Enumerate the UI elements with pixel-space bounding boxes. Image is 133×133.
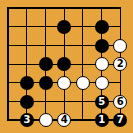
black-stone <box>39 57 53 71</box>
board-intersection[interactable] <box>92 36 111 55</box>
white-stone: 6 <box>113 95 127 109</box>
black-stone: 1 <box>95 113 109 127</box>
move-number-label: 1 <box>98 115 105 125</box>
board-intersection[interactable] <box>36 111 55 130</box>
white-stone: 4 <box>57 113 71 127</box>
board-intersection[interactable] <box>92 18 111 37</box>
board-intersection[interactable] <box>36 55 55 74</box>
black-stone <box>57 20 71 34</box>
board-intersection[interactable] <box>36 36 55 55</box>
move-number-label: 5 <box>98 96 105 106</box>
board-intersection[interactable] <box>0 111 18 130</box>
board-intersection[interactable] <box>92 74 111 93</box>
white-stone <box>39 113 53 127</box>
board-intersection[interactable] <box>0 92 18 111</box>
white-stone <box>95 76 109 90</box>
board-intersection[interactable]: 7 <box>111 111 130 130</box>
board-intersection[interactable]: 6 <box>111 92 130 111</box>
go-board: 2563417 <box>0 0 133 133</box>
board-intersection[interactable] <box>18 36 37 55</box>
board-intersection[interactable] <box>74 0 93 18</box>
board-intersection[interactable] <box>55 18 74 37</box>
board-intersection[interactable]: 5 <box>92 92 111 111</box>
black-stone <box>39 76 53 90</box>
board-intersection[interactable] <box>55 0 74 18</box>
move-number-label: 6 <box>117 96 124 106</box>
board-intersection[interactable] <box>0 0 18 18</box>
black-stone: 3 <box>20 113 34 127</box>
board-intersection[interactable] <box>36 18 55 37</box>
board-intersection[interactable] <box>111 36 130 55</box>
board-intersection[interactable]: 3 <box>18 111 37 130</box>
move-number-label: 7 <box>117 115 124 125</box>
white-stone <box>76 76 90 90</box>
board-intersection[interactable] <box>18 55 37 74</box>
board-intersection[interactable] <box>36 0 55 18</box>
board-intersection[interactable] <box>18 74 37 93</box>
move-number-label: 2 <box>117 59 124 69</box>
board-intersection[interactable] <box>55 74 74 93</box>
board-intersection[interactable] <box>74 36 93 55</box>
board-intersection[interactable] <box>55 36 74 55</box>
board-intersection[interactable] <box>36 92 55 111</box>
move-number-label: 3 <box>24 115 31 125</box>
board-intersection[interactable] <box>0 18 18 37</box>
board-intersection[interactable] <box>18 0 37 18</box>
white-stone <box>113 39 127 53</box>
board-intersection[interactable] <box>74 55 93 74</box>
board-intersection[interactable] <box>55 55 74 74</box>
board-intersection[interactable] <box>92 0 111 18</box>
black-stone: 5 <box>95 95 109 109</box>
board-intersection[interactable] <box>111 18 130 37</box>
board-intersection[interactable]: 1 <box>92 111 111 130</box>
board-intersection[interactable] <box>74 92 93 111</box>
black-stone <box>20 95 34 109</box>
black-stone <box>57 57 71 71</box>
board-intersection[interactable] <box>55 92 74 111</box>
board-intersection[interactable] <box>74 18 93 37</box>
board-intersection[interactable] <box>36 74 55 93</box>
black-stone <box>95 39 109 53</box>
white-stone <box>57 76 71 90</box>
black-stone: 7 <box>113 113 127 127</box>
board-intersection[interactable] <box>74 111 93 130</box>
black-stone <box>95 20 109 34</box>
white-stone: 2 <box>113 57 127 71</box>
board-intersection[interactable] <box>0 36 18 55</box>
board-intersections: 2563417 <box>0 0 130 130</box>
move-number-label: 4 <box>61 115 68 125</box>
board-intersection[interactable]: 2 <box>111 55 130 74</box>
board-intersection[interactable]: 4 <box>55 111 74 130</box>
board-intersection[interactable] <box>18 18 37 37</box>
board-intersection[interactable] <box>111 0 130 18</box>
board-intersection[interactable] <box>74 74 93 93</box>
board-intersection[interactable] <box>0 74 18 93</box>
board-intersection[interactable] <box>0 55 18 74</box>
board-intersection[interactable] <box>111 74 130 93</box>
board-intersection[interactable] <box>92 55 111 74</box>
white-stone <box>95 57 109 71</box>
board-intersection[interactable] <box>18 92 37 111</box>
black-stone <box>20 76 34 90</box>
